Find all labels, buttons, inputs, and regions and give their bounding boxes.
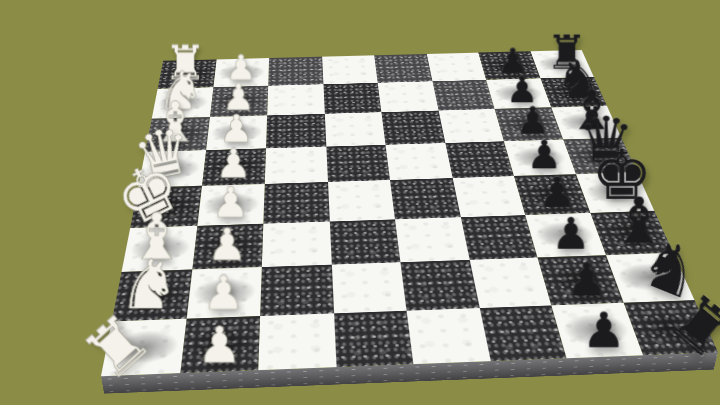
square-g8: ♞	[606, 253, 695, 303]
square-h2: ♟	[180, 316, 260, 373]
square-g5	[400, 260, 479, 310]
square-h1: ♜	[101, 318, 186, 376]
piece-white-pawn: ♟	[207, 222, 247, 266]
piece-white-pawn: ♟	[211, 181, 249, 223]
piece-black-pawn: ♟	[582, 306, 626, 355]
piece-white-pawn: ♟	[197, 320, 242, 370]
square-e4	[328, 180, 395, 221]
piece-black-pawn: ♟	[538, 171, 575, 213]
square-b4	[323, 83, 381, 114]
square-f3	[262, 221, 332, 267]
square-d6	[445, 141, 514, 178]
square-c6	[438, 109, 504, 143]
square-h5	[407, 308, 491, 364]
square-b5	[378, 81, 439, 112]
square-g4	[331, 262, 406, 313]
square-f4	[329, 219, 400, 265]
square-d5	[386, 143, 453, 180]
piece-black-pawn: ♟	[566, 256, 608, 302]
chess-board: ♜♟♟♜♞♟♟♞♝♟♟♝♛♟♟♛♚♟♟♚♝♟♟♝♞♟♟♞♜♟♟♜	[101, 50, 718, 376]
piece-white-knight: ♞	[119, 250, 180, 318]
square-a3	[268, 57, 323, 86]
square-c3	[266, 114, 326, 148]
square-c5	[381, 111, 444, 145]
square-e6	[452, 176, 525, 217]
piece-white-pawn: ♟	[202, 268, 244, 315]
square-g3	[260, 265, 333, 316]
square-b3	[267, 84, 324, 115]
square-a4	[322, 55, 378, 84]
square-h8: ♜	[623, 300, 718, 355]
square-b6	[432, 80, 495, 111]
scene-3d: ♜♟♟♜♞♟♟♞♝♟♟♝♛♟♟♛♚♟♟♚♝♟♟♝♞♟♟♞♜♟♟♜	[0, 0, 720, 405]
square-d3	[265, 146, 328, 184]
square-h4	[334, 310, 414, 367]
render-viewport[interactable]: ♜♟♟♜♞♟♟♞♝♟♟♝♛♟♟♛♚♟♟♚♝♟♟♝♞♟♟♞♜♟♟♜	[0, 0, 720, 405]
square-h3	[258, 313, 336, 370]
square-a6	[426, 53, 486, 81]
square-a5	[374, 54, 432, 83]
square-g2: ♟	[186, 267, 262, 318]
square-e3	[263, 182, 329, 223]
square-f5	[395, 217, 469, 262]
square-c4	[324, 112, 385, 146]
piece-black-pawn: ♟	[551, 211, 590, 255]
square-f2: ♟	[192, 223, 263, 269]
square-e5	[390, 178, 460, 219]
square-d4	[326, 145, 390, 182]
square-f6	[460, 215, 537, 260]
